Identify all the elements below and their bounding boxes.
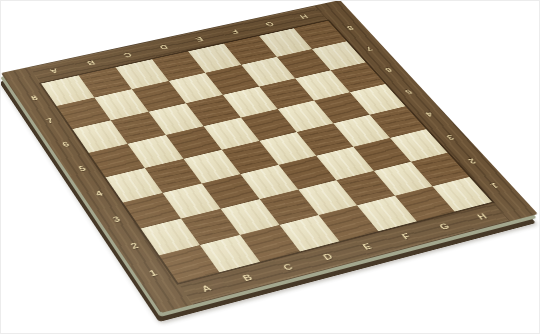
product-photo-background: ABCDEFGH ABCDEFGH 87654321 87654321 [0, 0, 540, 334]
chess-board: ABCDEFGH ABCDEFGH 87654321 87654321 [1, 0, 538, 313]
